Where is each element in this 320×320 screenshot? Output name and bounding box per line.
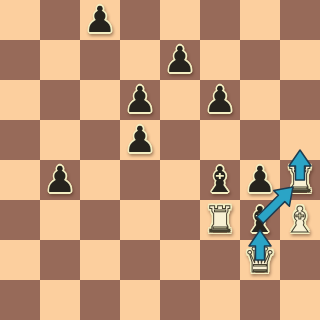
square-f1[interactable] [200, 280, 240, 320]
square-h6[interactable] [280, 80, 320, 120]
square-f3[interactable] [200, 200, 240, 240]
square-a3[interactable] [0, 200, 40, 240]
square-c7[interactable] [80, 40, 120, 80]
square-h4[interactable] [280, 160, 320, 200]
square-h1[interactable] [280, 280, 320, 320]
square-b2[interactable] [40, 240, 80, 280]
square-e8[interactable] [160, 0, 200, 40]
square-e5[interactable] [160, 120, 200, 160]
square-g8[interactable] [240, 0, 280, 40]
square-h5[interactable] [280, 120, 320, 160]
square-f5[interactable] [200, 120, 240, 160]
square-d8[interactable] [120, 0, 160, 40]
square-c5[interactable] [80, 120, 120, 160]
square-h7[interactable] [280, 40, 320, 80]
square-b6[interactable] [40, 80, 80, 120]
square-c2[interactable] [80, 240, 120, 280]
square-e2[interactable] [160, 240, 200, 280]
square-g2[interactable] [240, 240, 280, 280]
square-h2[interactable] [280, 240, 320, 280]
square-d3[interactable] [120, 200, 160, 240]
square-c1[interactable] [80, 280, 120, 320]
square-b3[interactable] [40, 200, 80, 240]
square-b8[interactable] [40, 0, 80, 40]
square-a4[interactable] [0, 160, 40, 200]
square-b1[interactable] [40, 280, 80, 320]
square-a7[interactable] [0, 40, 40, 80]
square-f4[interactable] [200, 160, 240, 200]
square-c8[interactable] [80, 0, 120, 40]
square-d2[interactable] [120, 240, 160, 280]
square-d4[interactable] [120, 160, 160, 200]
square-h3[interactable] [280, 200, 320, 240]
square-c6[interactable] [80, 80, 120, 120]
square-e6[interactable] [160, 80, 200, 120]
square-f6[interactable] [200, 80, 240, 120]
square-g1[interactable] [240, 280, 280, 320]
chess-board-container: ♟♟♟♟♟♟♝♟♜♜♝♝♛ [0, 0, 320, 320]
square-d5[interactable] [120, 120, 160, 160]
square-e7[interactable] [160, 40, 200, 80]
square-b5[interactable] [40, 120, 80, 160]
chess-board[interactable] [0, 0, 320, 320]
square-a2[interactable] [0, 240, 40, 280]
square-f2[interactable] [200, 240, 240, 280]
square-g5[interactable] [240, 120, 280, 160]
square-c4[interactable] [80, 160, 120, 200]
square-d6[interactable] [120, 80, 160, 120]
square-b4[interactable] [40, 160, 80, 200]
square-d1[interactable] [120, 280, 160, 320]
square-a5[interactable] [0, 120, 40, 160]
square-f7[interactable] [200, 40, 240, 80]
square-c3[interactable] [80, 200, 120, 240]
square-g3[interactable] [240, 200, 280, 240]
square-f8[interactable] [200, 0, 240, 40]
square-a8[interactable] [0, 0, 40, 40]
square-a6[interactable] [0, 80, 40, 120]
square-g6[interactable] [240, 80, 280, 120]
square-e3[interactable] [160, 200, 200, 240]
square-a1[interactable] [0, 280, 40, 320]
square-b7[interactable] [40, 40, 80, 80]
square-d7[interactable] [120, 40, 160, 80]
square-g4[interactable] [240, 160, 280, 200]
square-h8[interactable] [280, 0, 320, 40]
square-e1[interactable] [160, 280, 200, 320]
square-e4[interactable] [160, 160, 200, 200]
square-g7[interactable] [240, 40, 280, 80]
